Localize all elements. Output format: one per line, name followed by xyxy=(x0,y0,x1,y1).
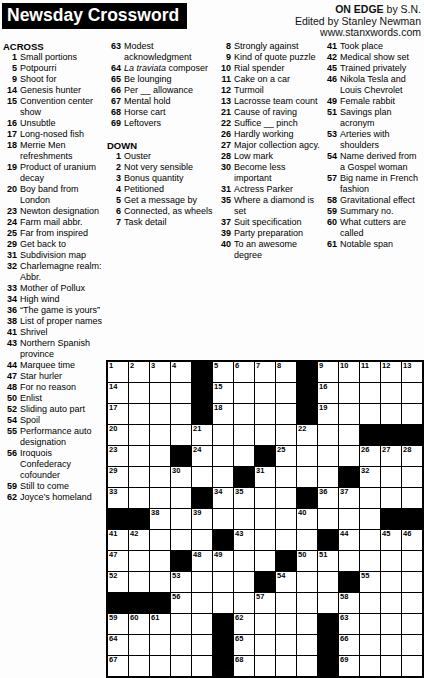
clue-text: Arteries with shoulders xyxy=(340,129,422,151)
clue-down-13: 13Lacrosse team count xyxy=(217,96,321,107)
cell-r9c3[interactable] xyxy=(150,530,170,550)
cell-r13c1[interactable]: 59 xyxy=(108,614,128,634)
cell-r3c7[interactable] xyxy=(234,404,254,424)
cell-r10c6[interactable]: 49 xyxy=(213,551,233,571)
clue-number: 61 xyxy=(323,239,340,250)
cell-r3c13[interactable] xyxy=(360,404,380,424)
clue-text: Major collection agcy. xyxy=(234,140,321,151)
clue-text: To an awesome degree xyxy=(234,239,321,261)
cell-r8c3[interactable]: 38 xyxy=(150,509,170,529)
cell-r2c4[interactable] xyxy=(171,383,191,403)
clue-number: 40 xyxy=(217,239,234,261)
cell-r5c11[interactable] xyxy=(318,446,338,466)
cell-r5c10[interactable] xyxy=(297,446,317,466)
cell-r7c4[interactable] xyxy=(171,488,191,508)
cell-r5c13[interactable]: 26 xyxy=(360,446,380,466)
cell-r6c2[interactable] xyxy=(129,467,149,487)
cell-r3c12[interactable] xyxy=(339,404,359,424)
clue-text: Suffice __ pinch xyxy=(234,118,321,129)
cell-r1c3[interactable]: 3 xyxy=(150,362,170,382)
clue-number: 49 xyxy=(323,96,340,107)
clue-text: Female rabbit xyxy=(340,96,422,107)
clue-down-28: 28Low mark xyxy=(217,151,321,162)
cell-r13c14[interactable] xyxy=(381,614,401,634)
cell-r2c7[interactable] xyxy=(234,383,254,403)
clue-down-41: 41Took place xyxy=(323,41,422,52)
cell-number: 24 xyxy=(193,446,201,455)
cell-r3c4[interactable] xyxy=(171,404,191,424)
cell-r1c7[interactable]: 6 xyxy=(234,362,254,382)
cell-r9c7[interactable]: 43 xyxy=(234,530,254,550)
cell-r10c1[interactable]: 47 xyxy=(108,551,128,571)
cell-r5c6[interactable] xyxy=(213,446,233,466)
cell-r2c13[interactable] xyxy=(360,383,380,403)
clue-number: 17 xyxy=(3,129,20,140)
cell-r10c14[interactable] xyxy=(381,551,401,571)
cell-r11c6[interactable] xyxy=(213,572,233,592)
clue-number: 38 xyxy=(3,316,20,327)
cell-r4c9[interactable] xyxy=(276,425,296,445)
clue-text: Subdivision map xyxy=(20,250,104,261)
clue-number: 30 xyxy=(217,162,234,184)
clue-text: Medical show set xyxy=(340,52,422,63)
cell-r6c14[interactable] xyxy=(381,467,401,487)
cell-r4c8[interactable] xyxy=(255,425,275,445)
cell-r13c13[interactable] xyxy=(360,614,380,634)
cell-r9c9[interactable] xyxy=(276,530,296,550)
cell-r5c3[interactable] xyxy=(150,446,170,466)
cell-number: 63 xyxy=(340,614,348,623)
cell-r11c10[interactable] xyxy=(297,572,317,592)
cell-number: 40 xyxy=(298,509,306,518)
clue-across-54: 54Spoil xyxy=(3,415,104,426)
cell-r7c6[interactable]: 34 xyxy=(213,488,233,508)
clue-across-14: 14Genesis hunter xyxy=(3,85,104,96)
cell-r4c12[interactable] xyxy=(339,425,359,445)
cell-r15c4[interactable] xyxy=(171,656,191,676)
cell-r5c9[interactable]: 25 xyxy=(276,446,296,466)
cell-r7c7[interactable]: 35 xyxy=(234,488,254,508)
clue-text: La traviata composer xyxy=(124,63,214,74)
cell-r4c5[interactable]: 21 xyxy=(192,425,212,445)
puzzle-byline: by S.N. xyxy=(384,3,421,15)
clue-text: Actress Parker xyxy=(234,184,321,195)
cell-r11c15[interactable] xyxy=(402,572,422,592)
cell-r14c15[interactable] xyxy=(402,635,422,655)
cell-r15c1[interactable]: 67 xyxy=(108,656,128,676)
cell-r10c12[interactable] xyxy=(339,551,359,571)
cell-r3c8[interactable] xyxy=(255,404,275,424)
cell-r1c2[interactable]: 2 xyxy=(129,362,149,382)
cell-r3c1[interactable]: 17 xyxy=(108,404,128,424)
cell-r15c8[interactable] xyxy=(255,656,275,676)
cell-number: 50 xyxy=(298,551,306,560)
cell-number: 12 xyxy=(382,362,390,371)
cell-r6c6[interactable] xyxy=(213,467,233,487)
clue-text: Enlist xyxy=(20,393,104,404)
clue-across-31: 31Subdivision map xyxy=(3,250,104,261)
cell-r3c9[interactable] xyxy=(276,404,296,424)
cell-r12c12[interactable]: 58 xyxy=(339,593,359,613)
cell-r2c1[interactable]: 14 xyxy=(108,383,128,403)
cell-r1c9[interactable]: 8 xyxy=(276,362,296,382)
clue-down-57: 57Big name in French fashion xyxy=(323,173,422,195)
cell-r4c4[interactable] xyxy=(171,425,191,445)
cell-r9c4[interactable] xyxy=(171,530,191,550)
cell-r5c7[interactable] xyxy=(234,446,254,466)
cell-r14c12[interactable]: 66 xyxy=(339,635,359,655)
puzzle-title: ON EDGE xyxy=(335,3,383,15)
cell-r15c9[interactable] xyxy=(276,656,296,676)
cell-r10c10[interactable]: 50 xyxy=(297,551,317,571)
cell-r2c9[interactable] xyxy=(276,383,296,403)
cell-r14c3[interactable] xyxy=(150,635,170,655)
cell-r14c9[interactable] xyxy=(276,635,296,655)
cell-r6c4[interactable]: 30 xyxy=(171,467,191,487)
cell-r11c11[interactable] xyxy=(318,572,338,592)
cell-r13c7[interactable]: 62 xyxy=(234,614,254,634)
clue-down-53: 53Arteries with shoulders xyxy=(323,129,422,151)
cell-r6c11[interactable] xyxy=(318,467,338,487)
clue-across-34: 34High wind xyxy=(3,294,104,305)
cell-number: 57 xyxy=(256,593,264,602)
clue-number: 53 xyxy=(323,129,340,151)
cell-r4c11[interactable] xyxy=(318,425,338,445)
cell-r1c1[interactable]: 1 xyxy=(108,362,128,382)
cell-r15c15[interactable] xyxy=(402,656,422,676)
cell-r4c3[interactable] xyxy=(150,425,170,445)
clue-text: Party preparation xyxy=(234,228,321,239)
cell-r15c2[interactable] xyxy=(129,656,149,676)
cell-r14c10[interactable] xyxy=(297,635,317,655)
cell-r7c3[interactable] xyxy=(150,488,170,508)
block-r6c7 xyxy=(234,467,254,487)
cell-number: 16 xyxy=(319,383,327,392)
cell-r2c11[interactable]: 16 xyxy=(318,383,338,403)
clue-number: 48 xyxy=(3,382,20,393)
cell-r2c14[interactable] xyxy=(381,383,401,403)
clue-text: Per __ allowance xyxy=(124,85,214,96)
clue-number: 65 xyxy=(107,74,124,85)
clue-column-3: 8Strongly against9Kind of quote puzzle10… xyxy=(217,41,321,261)
cell-r11c2[interactable] xyxy=(129,572,149,592)
cell-r8c13[interactable] xyxy=(360,509,380,529)
cell-r7c9[interactable] xyxy=(276,488,296,508)
cell-r13c12[interactable]: 63 xyxy=(339,614,359,634)
cell-r14c14[interactable] xyxy=(381,635,401,655)
cell-r12c4[interactable]: 56 xyxy=(171,593,191,613)
cell-number: 6 xyxy=(235,362,239,371)
cell-r4c2[interactable] xyxy=(129,425,149,445)
clue-number: 24 xyxy=(3,217,20,228)
block-r12c2 xyxy=(129,593,149,613)
cell-r14c5[interactable] xyxy=(192,635,212,655)
cell-r11c3[interactable] xyxy=(150,572,170,592)
cell-r6c13[interactable]: 32 xyxy=(360,467,380,487)
clue-down-61: 61Notable span xyxy=(323,239,422,250)
block-r3c10 xyxy=(297,404,317,424)
cell-number: 51 xyxy=(319,551,327,560)
clue-text: Kind of quote puzzle xyxy=(234,52,321,63)
cell-r13c5[interactable] xyxy=(192,614,212,634)
cell-r7c1[interactable]: 33 xyxy=(108,488,128,508)
crossword-grid: 1234567891011121314151617181920212223242… xyxy=(106,360,424,678)
cell-r1c4[interactable]: 4 xyxy=(171,362,191,382)
cell-r6c9[interactable] xyxy=(276,467,296,487)
cell-r4c6[interactable] xyxy=(213,425,233,445)
cell-r5c2[interactable] xyxy=(129,446,149,466)
clue-across-69: 69Leftovers xyxy=(107,118,214,129)
cell-r4c7[interactable] xyxy=(234,425,254,445)
clue-down-12: 12Turmoil xyxy=(217,85,321,96)
cell-r11c14[interactable] xyxy=(381,572,401,592)
block-r15c11 xyxy=(318,656,338,676)
cell-r10c3[interactable] xyxy=(150,551,170,571)
cell-r1c12[interactable]: 10 xyxy=(339,362,359,382)
clue-across-59: 59Still to come xyxy=(3,481,104,492)
cell-number: 17 xyxy=(109,404,117,413)
cell-r2c3[interactable] xyxy=(150,383,170,403)
cell-r11c13[interactable]: 55 xyxy=(360,572,380,592)
clue-text: Get back to xyxy=(20,239,104,250)
clue-text: Savings plan acronym xyxy=(340,107,422,129)
cell-r13c4[interactable] xyxy=(171,614,191,634)
clue-number: 27 xyxy=(217,140,234,151)
cell-r3c11[interactable]: 19 xyxy=(318,404,338,424)
cell-r5c15[interactable]: 28 xyxy=(402,446,422,466)
cell-r10c2[interactable] xyxy=(129,551,149,571)
clue-text: Newton designation xyxy=(20,206,104,217)
cell-r7c14[interactable] xyxy=(381,488,401,508)
cell-r10c13[interactable] xyxy=(360,551,380,571)
cell-r3c3[interactable] xyxy=(150,404,170,424)
clue-down-3: 3Bonus quantity xyxy=(107,173,214,184)
page-title: Newsday Crossword xyxy=(2,3,187,29)
clue-number: 20 xyxy=(3,184,20,206)
cell-r9c10[interactable] xyxy=(297,530,317,550)
cell-number: 32 xyxy=(361,467,369,476)
cell-r8c4[interactable] xyxy=(171,509,191,529)
cell-number: 46 xyxy=(403,530,411,539)
cell-r2c6[interactable]: 15 xyxy=(213,383,233,403)
cell-r15c14[interactable] xyxy=(381,656,401,676)
cell-number: 23 xyxy=(109,446,117,455)
cell-r6c10[interactable] xyxy=(297,467,317,487)
block-r8c2 xyxy=(129,509,149,529)
cell-r12c5[interactable] xyxy=(192,593,212,613)
cell-r1c8[interactable]: 7 xyxy=(255,362,275,382)
cell-r3c2[interactable] xyxy=(129,404,149,424)
cell-r12c14[interactable] xyxy=(381,593,401,613)
cell-r2c15[interactable] xyxy=(402,383,422,403)
cell-r7c13[interactable] xyxy=(360,488,380,508)
cell-r8c9[interactable] xyxy=(276,509,296,529)
cell-r12c7[interactable] xyxy=(234,593,254,613)
cell-r6c15[interactable] xyxy=(402,467,422,487)
clue-down-54: 54Name derived from a Gospel woman xyxy=(323,151,422,173)
cell-r1c14[interactable]: 12 xyxy=(381,362,401,382)
clue-number: 41 xyxy=(3,327,20,338)
clue-text: Iroquois Confederacy cofounder xyxy=(20,448,104,481)
cell-r12c15[interactable] xyxy=(402,593,422,613)
clue-text: Bonus quantity xyxy=(124,173,214,184)
cell-r9c8[interactable] xyxy=(255,530,275,550)
cell-r12c13[interactable] xyxy=(360,593,380,613)
cell-r10c8[interactable] xyxy=(255,551,275,571)
clue-number: 1 xyxy=(3,52,20,63)
cell-r13c15[interactable] xyxy=(402,614,422,634)
cell-r8c11[interactable] xyxy=(318,509,338,529)
clue-number: 10 xyxy=(217,63,234,74)
block-r14c6 xyxy=(213,635,233,655)
cell-r14c2[interactable] xyxy=(129,635,149,655)
cell-r10c11[interactable]: 51 xyxy=(318,551,338,571)
block-r9c11 xyxy=(318,530,338,550)
cell-number: 39 xyxy=(193,509,201,518)
cell-r5c1[interactable]: 23 xyxy=(108,446,128,466)
cell-number: 21 xyxy=(193,425,201,434)
cell-r12c8[interactable]: 57 xyxy=(255,593,275,613)
cell-r1c13[interactable]: 11 xyxy=(360,362,380,382)
cell-r14c8[interactable] xyxy=(255,635,275,655)
cell-r7c8[interactable] xyxy=(255,488,275,508)
cell-number: 7 xyxy=(256,362,260,371)
clue-column-2: 63Modest acknowledgment64La traviata com… xyxy=(107,41,214,228)
cell-r9c5[interactable] xyxy=(192,530,212,550)
clue-text: Still to come xyxy=(20,481,104,492)
clue-number: 21 xyxy=(217,107,234,118)
clue-across-68: 68Horse cart xyxy=(107,107,214,118)
clue-number: 34 xyxy=(3,294,20,305)
clue-text: Connected, as wheels xyxy=(124,206,214,217)
clue-text: Get a message by xyxy=(124,195,214,206)
cell-r8c12[interactable] xyxy=(339,509,359,529)
clue-down-10: 10Rial spender xyxy=(217,63,321,74)
clue-text: Far from inspired xyxy=(20,228,104,239)
cell-r1c11[interactable]: 9 xyxy=(318,362,338,382)
cell-number: 19 xyxy=(319,404,327,413)
block-r2c10 xyxy=(297,383,317,403)
cell-r3c15[interactable] xyxy=(402,404,422,424)
cell-r2c2[interactable] xyxy=(129,383,149,403)
cell-r15c5[interactable] xyxy=(192,656,212,676)
clue-number: 32 xyxy=(3,261,20,283)
cell-r15c13[interactable] xyxy=(360,656,380,676)
clue-across-16: 16Unsubtle xyxy=(3,118,104,129)
cell-r15c7[interactable]: 68 xyxy=(234,656,254,676)
cell-r2c8[interactable] xyxy=(255,383,275,403)
clue-down-7: 7Task detail xyxy=(107,217,214,228)
cell-r13c9[interactable] xyxy=(276,614,296,634)
cell-r11c7[interactable] xyxy=(234,572,254,592)
cell-r14c13[interactable] xyxy=(360,635,380,655)
cell-r8c10[interactable]: 40 xyxy=(297,509,317,529)
cell-r8c8[interactable] xyxy=(255,509,275,529)
cell-r9c1[interactable]: 41 xyxy=(108,530,128,550)
cell-r2c12[interactable] xyxy=(339,383,359,403)
block-r8c14 xyxy=(381,509,401,529)
cell-r5c12[interactable] xyxy=(339,446,359,466)
cell-r13c10[interactable] xyxy=(297,614,317,634)
cell-r12c6[interactable] xyxy=(213,593,233,613)
cell-r9c13[interactable] xyxy=(360,530,380,550)
clue-down-4: 4Petitioned xyxy=(107,184,214,195)
clue-number: 59 xyxy=(3,481,20,492)
cell-r12c11[interactable] xyxy=(318,593,338,613)
cell-r15c10[interactable] xyxy=(297,656,317,676)
cell-r6c8[interactable]: 31 xyxy=(255,467,275,487)
cell-r6c1[interactable]: 29 xyxy=(108,467,128,487)
cell-r1c15[interactable]: 13 xyxy=(402,362,422,382)
cell-number: 62 xyxy=(235,614,243,623)
cell-number: 5 xyxy=(214,362,218,371)
cell-r13c3[interactable]: 61 xyxy=(150,614,170,634)
cell-r14c4[interactable] xyxy=(171,635,191,655)
cell-r13c8[interactable] xyxy=(255,614,275,634)
cell-r3c14[interactable] xyxy=(381,404,401,424)
cell-r4c1[interactable]: 20 xyxy=(108,425,128,445)
cell-r3c6[interactable]: 18 xyxy=(213,404,233,424)
cell-r6c5[interactable] xyxy=(192,467,212,487)
cell-r12c10[interactable] xyxy=(297,593,317,613)
cell-r5c14[interactable]: 27 xyxy=(381,446,401,466)
clue-number: 14 xyxy=(3,85,20,96)
cell-r10c15[interactable] xyxy=(402,551,422,571)
cell-r7c15[interactable] xyxy=(402,488,422,508)
clue-text: Product of uranium decay xyxy=(20,162,104,184)
clue-number: 46 xyxy=(323,74,340,96)
cell-r5c5[interactable]: 24 xyxy=(192,446,212,466)
cell-r11c1[interactable]: 52 xyxy=(108,572,128,592)
cell-r8c6[interactable] xyxy=(213,509,233,529)
clue-text: Unsubtle xyxy=(20,118,104,129)
cell-r15c12[interactable]: 69 xyxy=(339,656,359,676)
cell-r10c5[interactable]: 48 xyxy=(192,551,212,571)
clue-number: 6 xyxy=(107,206,124,217)
cell-r7c2[interactable] xyxy=(129,488,149,508)
cell-number: 67 xyxy=(109,656,117,665)
cell-r9c14[interactable]: 45 xyxy=(381,530,401,550)
cell-r13c2[interactable]: 60 xyxy=(129,614,149,634)
cell-r7c12[interactable]: 37 xyxy=(339,488,359,508)
cell-r8c5[interactable]: 39 xyxy=(192,509,212,529)
cell-r6c3[interactable] xyxy=(150,467,170,487)
cell-r14c1[interactable]: 64 xyxy=(108,635,128,655)
cell-r9c15[interactable]: 46 xyxy=(402,530,422,550)
cell-r8c7[interactable] xyxy=(234,509,254,529)
cell-r4c10[interactable]: 22 xyxy=(297,425,317,445)
block-r8c1 xyxy=(108,509,128,529)
cell-r14c7[interactable]: 65 xyxy=(234,635,254,655)
cell-r10c7[interactable] xyxy=(234,551,254,571)
clue-across-50: 50Enlist xyxy=(3,393,104,404)
cell-r1c6[interactable]: 5 xyxy=(213,362,233,382)
cell-r12c9[interactable] xyxy=(276,593,296,613)
cell-r7c11[interactable]: 36 xyxy=(318,488,338,508)
block-r10c9 xyxy=(276,551,296,571)
cell-r11c4[interactable]: 53 xyxy=(171,572,191,592)
cell-r15c3[interactable] xyxy=(150,656,170,676)
cell-r9c12[interactable]: 44 xyxy=(339,530,359,550)
clue-across-38: 38List of proper names xyxy=(3,316,104,327)
clue-number: 67 xyxy=(107,96,124,107)
clue-text: Not very sensible xyxy=(124,162,214,173)
cell-number: 65 xyxy=(235,635,243,644)
cell-r9c2[interactable]: 42 xyxy=(129,530,149,550)
clue-number: 35 xyxy=(217,195,234,217)
cell-r11c5[interactable] xyxy=(192,572,212,592)
cell-r11c9[interactable]: 54 xyxy=(276,572,296,592)
